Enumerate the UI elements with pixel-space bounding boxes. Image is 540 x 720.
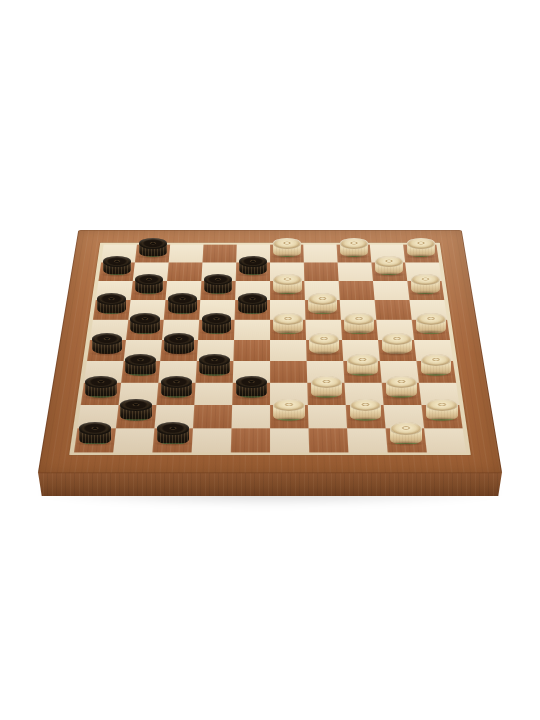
checkers-piece-light [340,238,368,258]
checkers-piece-light [407,238,435,258]
checkers-piece-dark [85,376,116,398]
checkers-piece-light [311,376,342,398]
checkers-piece-light [411,274,440,294]
checkers-piece-dark [130,313,160,334]
checkers-piece-light [309,333,339,354]
checkers-piece-dark [135,274,164,294]
checkers-piece-dark [120,399,152,421]
photo-canvas [0,0,540,720]
checkers-piece-light [386,376,417,398]
checkers-piece-light [347,354,378,376]
checkers-piece-light [382,333,412,354]
checkers-piece-dark [139,238,167,258]
checkers-piece-dark [125,354,156,376]
checkers-piece-dark [236,376,267,398]
pieces-layer [0,0,540,720]
checkers-piece-dark [239,256,267,276]
checkers-piece-dark [202,313,232,334]
checkers-piece-light [350,399,382,421]
checkers-piece-dark [97,293,126,314]
checkers-piece-dark [238,293,267,314]
checkers-piece-light [421,354,452,376]
checkers-piece-light [308,293,337,314]
checkers-piece-light [273,313,303,334]
checkers-piece-light [426,399,458,421]
checkers-piece-dark [164,333,194,354]
checkers-piece-light [273,274,302,294]
checkers-piece-dark [79,422,111,445]
checkers-piece-light [390,422,422,445]
checkers-piece-light [344,313,374,334]
checkers-piece-light [375,256,403,276]
checkers-piece-dark [103,256,131,276]
checkers-piece-dark [199,354,230,376]
checkers-piece-dark [157,422,189,445]
checkers-piece-dark [161,376,192,398]
checkers-piece-dark [168,293,197,314]
checkers-piece-light [273,399,305,421]
checkers-piece-light [416,313,446,334]
checkers-piece-dark [92,333,122,354]
checkers-piece-dark [204,274,233,294]
checkers-piece-light [273,238,301,258]
